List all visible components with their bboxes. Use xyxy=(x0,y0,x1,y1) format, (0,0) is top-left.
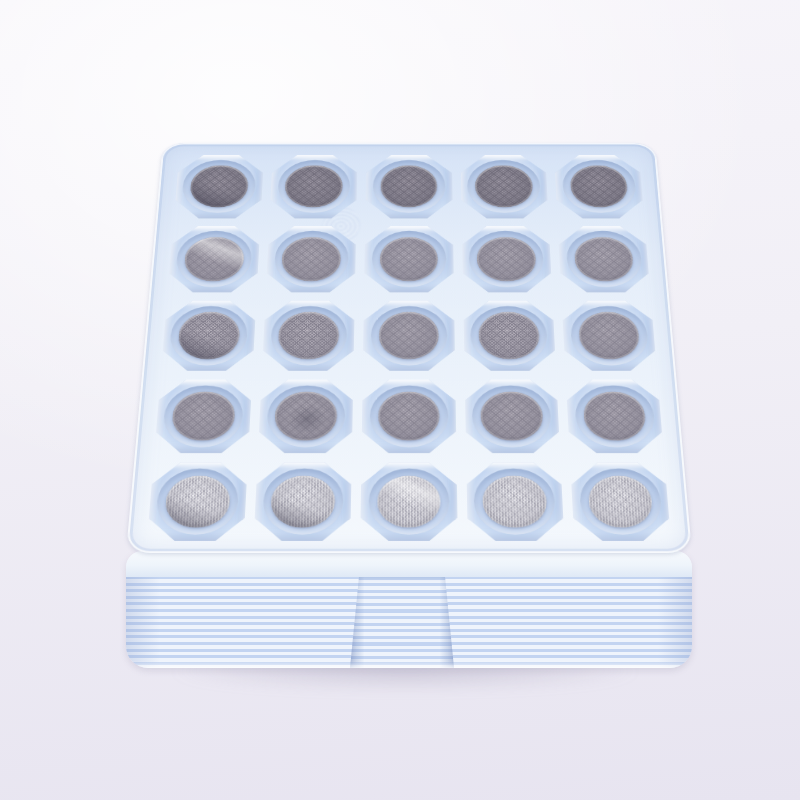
well-recess xyxy=(373,160,446,213)
coin-cell-battery xyxy=(278,312,340,359)
coin-cell-battery xyxy=(164,475,231,527)
tray-cell-r4c2 xyxy=(256,378,355,455)
coin-cell-battery xyxy=(274,392,337,441)
battery-well xyxy=(360,462,457,541)
coin-cell-battery xyxy=(171,392,236,441)
tray-cell-r3c1 xyxy=(159,299,257,372)
battery-well xyxy=(562,301,657,371)
battery-well xyxy=(364,226,453,293)
well-recess xyxy=(270,306,348,365)
well-recess xyxy=(368,469,449,535)
coin-cell-battery xyxy=(482,475,547,527)
well-recess xyxy=(470,306,548,365)
tray-cell-r1c1 xyxy=(172,154,265,220)
battery-well xyxy=(154,379,252,453)
well-recess xyxy=(371,306,448,365)
battery-well xyxy=(167,226,260,293)
tray-cell-r3c2 xyxy=(260,299,356,372)
battery-well xyxy=(363,301,455,371)
battery-well xyxy=(558,226,651,293)
coin-cell-battery xyxy=(475,165,534,207)
tray-cell-r2c1 xyxy=(166,225,262,294)
coin-cell-battery xyxy=(477,237,537,281)
coin-cell-battery xyxy=(183,237,245,281)
tray-cell-r4c5 xyxy=(564,378,665,455)
well-recess xyxy=(175,231,253,287)
tray-cell-r5c2 xyxy=(252,461,354,543)
battery-well xyxy=(266,226,357,293)
tray-cell-r1c4 xyxy=(459,154,550,220)
battery-well xyxy=(466,462,564,541)
battery-well xyxy=(258,379,354,453)
battery-well xyxy=(554,155,644,218)
coin-cell-battery xyxy=(285,165,344,207)
tray-cell-r3c5 xyxy=(560,299,658,372)
battery-well xyxy=(570,462,671,541)
battery-well xyxy=(566,379,664,453)
coin-cell-battery xyxy=(177,312,240,359)
tray-cell-r1c5 xyxy=(553,154,646,220)
tray-cell-r4c4 xyxy=(463,378,562,455)
coin-cell-battery xyxy=(270,475,335,527)
battery-well xyxy=(262,301,355,371)
tray-cell-r4c1 xyxy=(152,378,253,455)
well-recess xyxy=(467,160,541,213)
tray-cell-r5c5 xyxy=(569,461,673,543)
tray-cell-r1c2 xyxy=(268,154,359,220)
well-recess xyxy=(561,160,637,213)
well-recess xyxy=(162,385,244,447)
battery-well xyxy=(463,301,556,371)
stack-bottom-edge xyxy=(126,661,692,668)
well-recess xyxy=(266,385,346,447)
coin-cell-battery xyxy=(578,312,641,359)
battery-grid xyxy=(145,154,673,543)
battery-well xyxy=(365,155,452,218)
coin-cell-battery xyxy=(189,165,249,207)
tray-cell-r2c3 xyxy=(363,225,455,294)
battery-well xyxy=(460,155,548,218)
well-recess xyxy=(169,306,249,365)
coin-cell-battery xyxy=(380,165,438,207)
well-recess xyxy=(569,306,649,365)
well-recess xyxy=(574,385,656,447)
well-recess xyxy=(474,469,557,535)
tray-cell-r2c5 xyxy=(556,225,652,294)
battery-well xyxy=(362,379,456,453)
tray-cell-r1c3 xyxy=(364,154,454,220)
battery-well xyxy=(269,155,357,218)
battery-well xyxy=(173,155,263,218)
tray-cell-r4c3 xyxy=(360,378,457,455)
tray-stack xyxy=(126,551,692,668)
battery-well xyxy=(253,462,351,541)
tray-cell-r3c3 xyxy=(362,299,457,372)
well-recess xyxy=(469,231,545,287)
tray-cell-r5c1 xyxy=(145,461,249,543)
coin-cell-battery xyxy=(587,475,654,527)
tray-cell-r5c4 xyxy=(465,461,567,543)
tray-cell-r2c2 xyxy=(264,225,357,294)
well-recess xyxy=(181,160,257,213)
battery-well xyxy=(147,462,248,541)
well-recess xyxy=(578,469,663,535)
well-recess xyxy=(369,385,448,447)
well-recess xyxy=(262,469,345,535)
battery-well xyxy=(161,301,256,371)
well-recess xyxy=(565,231,643,287)
top-tray-front-rim xyxy=(126,551,692,577)
tray-cell-r2c4 xyxy=(460,225,553,294)
tray-cell-r5c3 xyxy=(359,461,459,543)
coin-cell-battery xyxy=(378,392,440,441)
well-recess xyxy=(472,385,552,447)
battery-well xyxy=(464,379,560,453)
coin-cell-battery xyxy=(379,237,438,281)
coin-cell-battery xyxy=(480,392,543,441)
coin-cell-battery xyxy=(281,237,341,281)
well-recess xyxy=(155,469,240,535)
product-photo-scene xyxy=(0,0,800,800)
well-recess xyxy=(277,160,351,213)
coin-cell-battery xyxy=(573,237,635,281)
battery-well xyxy=(462,226,553,293)
coin-cell-battery xyxy=(582,392,647,441)
coin-cell-battery xyxy=(379,312,440,359)
coin-cell-battery xyxy=(478,312,540,359)
coin-cell-battery xyxy=(569,165,629,207)
stack-center-notch xyxy=(350,573,454,668)
tray-cell-r3c4 xyxy=(462,299,558,372)
well-recess xyxy=(372,231,447,287)
coin-cell-battery xyxy=(377,475,441,527)
well-recess xyxy=(273,231,349,287)
top-tray xyxy=(126,143,692,553)
